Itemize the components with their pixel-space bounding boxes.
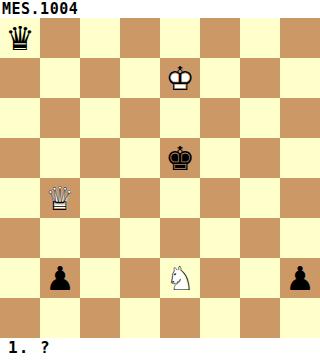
square-d8[interactable] [120,18,160,58]
piece-black-pawn: ♟ [40,258,80,298]
square-g2[interactable] [240,258,280,298]
square-a5[interactable] [0,138,40,178]
square-c3[interactable] [80,218,120,258]
square-b1[interactable] [40,298,80,338]
piece-white-knight: ♘ [160,258,200,298]
square-g5[interactable] [240,138,280,178]
piece-black-queen: ♛ [0,18,40,58]
square-f3[interactable] [200,218,240,258]
square-a1[interactable] [0,298,40,338]
square-c2[interactable] [80,258,120,298]
piece-white-queen: ♕ [40,178,80,218]
square-a4[interactable] [0,178,40,218]
square-e5[interactable]: ♚ [160,138,200,178]
square-f4[interactable] [200,178,240,218]
square-c8[interactable] [80,18,120,58]
square-e8[interactable] [160,18,200,58]
square-f1[interactable] [200,298,240,338]
square-b3[interactable] [40,218,80,258]
square-a3[interactable] [0,218,40,258]
square-b5[interactable] [40,138,80,178]
piece-white-queen-fill: ♛ [40,178,80,218]
square-a8[interactable]: ♛ [0,18,40,58]
square-d3[interactable] [120,218,160,258]
piece-white-king: ♔ [160,58,200,98]
square-h2[interactable]: ♟ [280,258,320,298]
square-f8[interactable] [200,18,240,58]
piece-black-king: ♚ [160,138,200,178]
square-b8[interactable] [40,18,80,58]
square-h3[interactable] [280,218,320,258]
chess-diagram: MES.1004 ♛♚♔♚♛♕♟♞♘♟ 1. ? [0,0,320,360]
square-d2[interactable] [120,258,160,298]
square-g6[interactable] [240,98,280,138]
square-b7[interactable] [40,58,80,98]
square-g3[interactable] [240,218,280,258]
square-g7[interactable] [240,58,280,98]
puzzle-id: MES.1004 [0,0,320,18]
square-c6[interactable] [80,98,120,138]
square-c7[interactable] [80,58,120,98]
square-a6[interactable] [0,98,40,138]
square-f2[interactable] [200,258,240,298]
piece-black-pawn: ♟ [280,258,320,298]
square-f6[interactable] [200,98,240,138]
square-e2[interactable]: ♞♘ [160,258,200,298]
square-g1[interactable] [240,298,280,338]
square-d6[interactable] [120,98,160,138]
piece-white-king-fill: ♚ [160,58,200,98]
square-h6[interactable] [280,98,320,138]
square-d5[interactable] [120,138,160,178]
square-b2[interactable]: ♟ [40,258,80,298]
square-h4[interactable] [280,178,320,218]
square-b6[interactable] [40,98,80,138]
square-a2[interactable] [0,258,40,298]
square-h5[interactable] [280,138,320,178]
square-d4[interactable] [120,178,160,218]
square-d1[interactable] [120,298,160,338]
square-h7[interactable] [280,58,320,98]
square-e1[interactable] [160,298,200,338]
square-g4[interactable] [240,178,280,218]
square-e4[interactable] [160,178,200,218]
square-e7[interactable]: ♚♔ [160,58,200,98]
piece-white-knight-fill: ♞ [160,258,200,298]
square-c1[interactable] [80,298,120,338]
square-b4[interactable]: ♛♕ [40,178,80,218]
square-h1[interactable] [280,298,320,338]
square-f7[interactable] [200,58,240,98]
square-c4[interactable] [80,178,120,218]
square-a7[interactable] [0,58,40,98]
square-e6[interactable] [160,98,200,138]
square-c5[interactable] [80,138,120,178]
square-e3[interactable] [160,218,200,258]
square-f5[interactable] [200,138,240,178]
square-g8[interactable] [240,18,280,58]
move-prompt: 1. ? [0,338,320,360]
chess-board: ♛♚♔♚♛♕♟♞♘♟ [0,18,320,338]
square-d7[interactable] [120,58,160,98]
square-h8[interactable] [280,18,320,58]
